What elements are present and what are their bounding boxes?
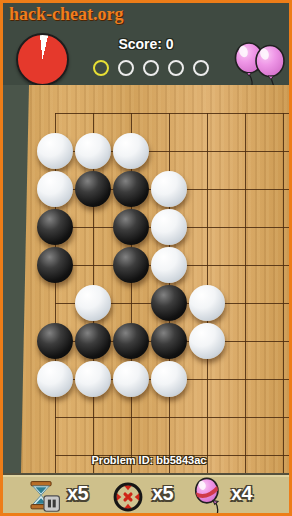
black-stone	[113, 209, 149, 245]
white-stone	[113, 361, 149, 397]
app-screen: hack-cheat.org Score: 0 Problem ID: bb58…	[0, 0, 292, 516]
grid-hline	[55, 417, 292, 418]
black-stone	[37, 209, 73, 245]
black-stone	[37, 247, 73, 283]
target-count-label: x5	[152, 482, 173, 505]
hourglass-pause-button[interactable]	[28, 481, 60, 513]
black-stone	[151, 323, 187, 359]
attempt-dot	[118, 60, 134, 76]
watermark-banner: hack-cheat.org	[9, 4, 123, 25]
target-hint-button[interactable]	[112, 481, 144, 513]
black-stone	[113, 171, 149, 207]
hourglass-count-label: x5	[67, 482, 88, 505]
grid-vline	[245, 113, 246, 473]
grid-vline	[283, 113, 284, 473]
white-stone	[37, 133, 73, 169]
attempt-dot	[168, 60, 184, 76]
balloon-button[interactable]	[194, 477, 222, 516]
attempt-dot	[93, 60, 109, 76]
white-stone	[113, 133, 149, 169]
grid-hline	[55, 113, 292, 114]
white-stone	[151, 361, 187, 397]
white-stone	[151, 247, 187, 283]
goban[interactable]: Problem ID: bb5843ac	[3, 85, 292, 473]
white-stone	[189, 323, 225, 359]
black-stone	[75, 171, 111, 207]
white-stone	[37, 361, 73, 397]
white-stone	[75, 133, 111, 169]
black-stone	[113, 247, 149, 283]
white-stone	[151, 171, 187, 207]
black-stone	[37, 323, 73, 359]
balloon-count-label: x4	[231, 482, 252, 505]
black-stone	[75, 323, 111, 359]
black-stone	[151, 285, 187, 321]
score-label: Score: 0	[118, 36, 173, 52]
attempt-dot	[143, 60, 159, 76]
problem-id-label: Problem ID: bb5843ac	[3, 454, 292, 466]
white-stone	[151, 209, 187, 245]
attempt-dot	[193, 60, 209, 76]
powerup-bar: x5 x5 x4	[3, 473, 289, 516]
black-stone	[113, 323, 149, 359]
white-stone	[75, 285, 111, 321]
timer-pie-icon	[16, 33, 69, 86]
white-stone	[37, 171, 73, 207]
white-stone	[75, 361, 111, 397]
attempt-dots	[93, 60, 209, 76]
white-stone	[189, 285, 225, 321]
